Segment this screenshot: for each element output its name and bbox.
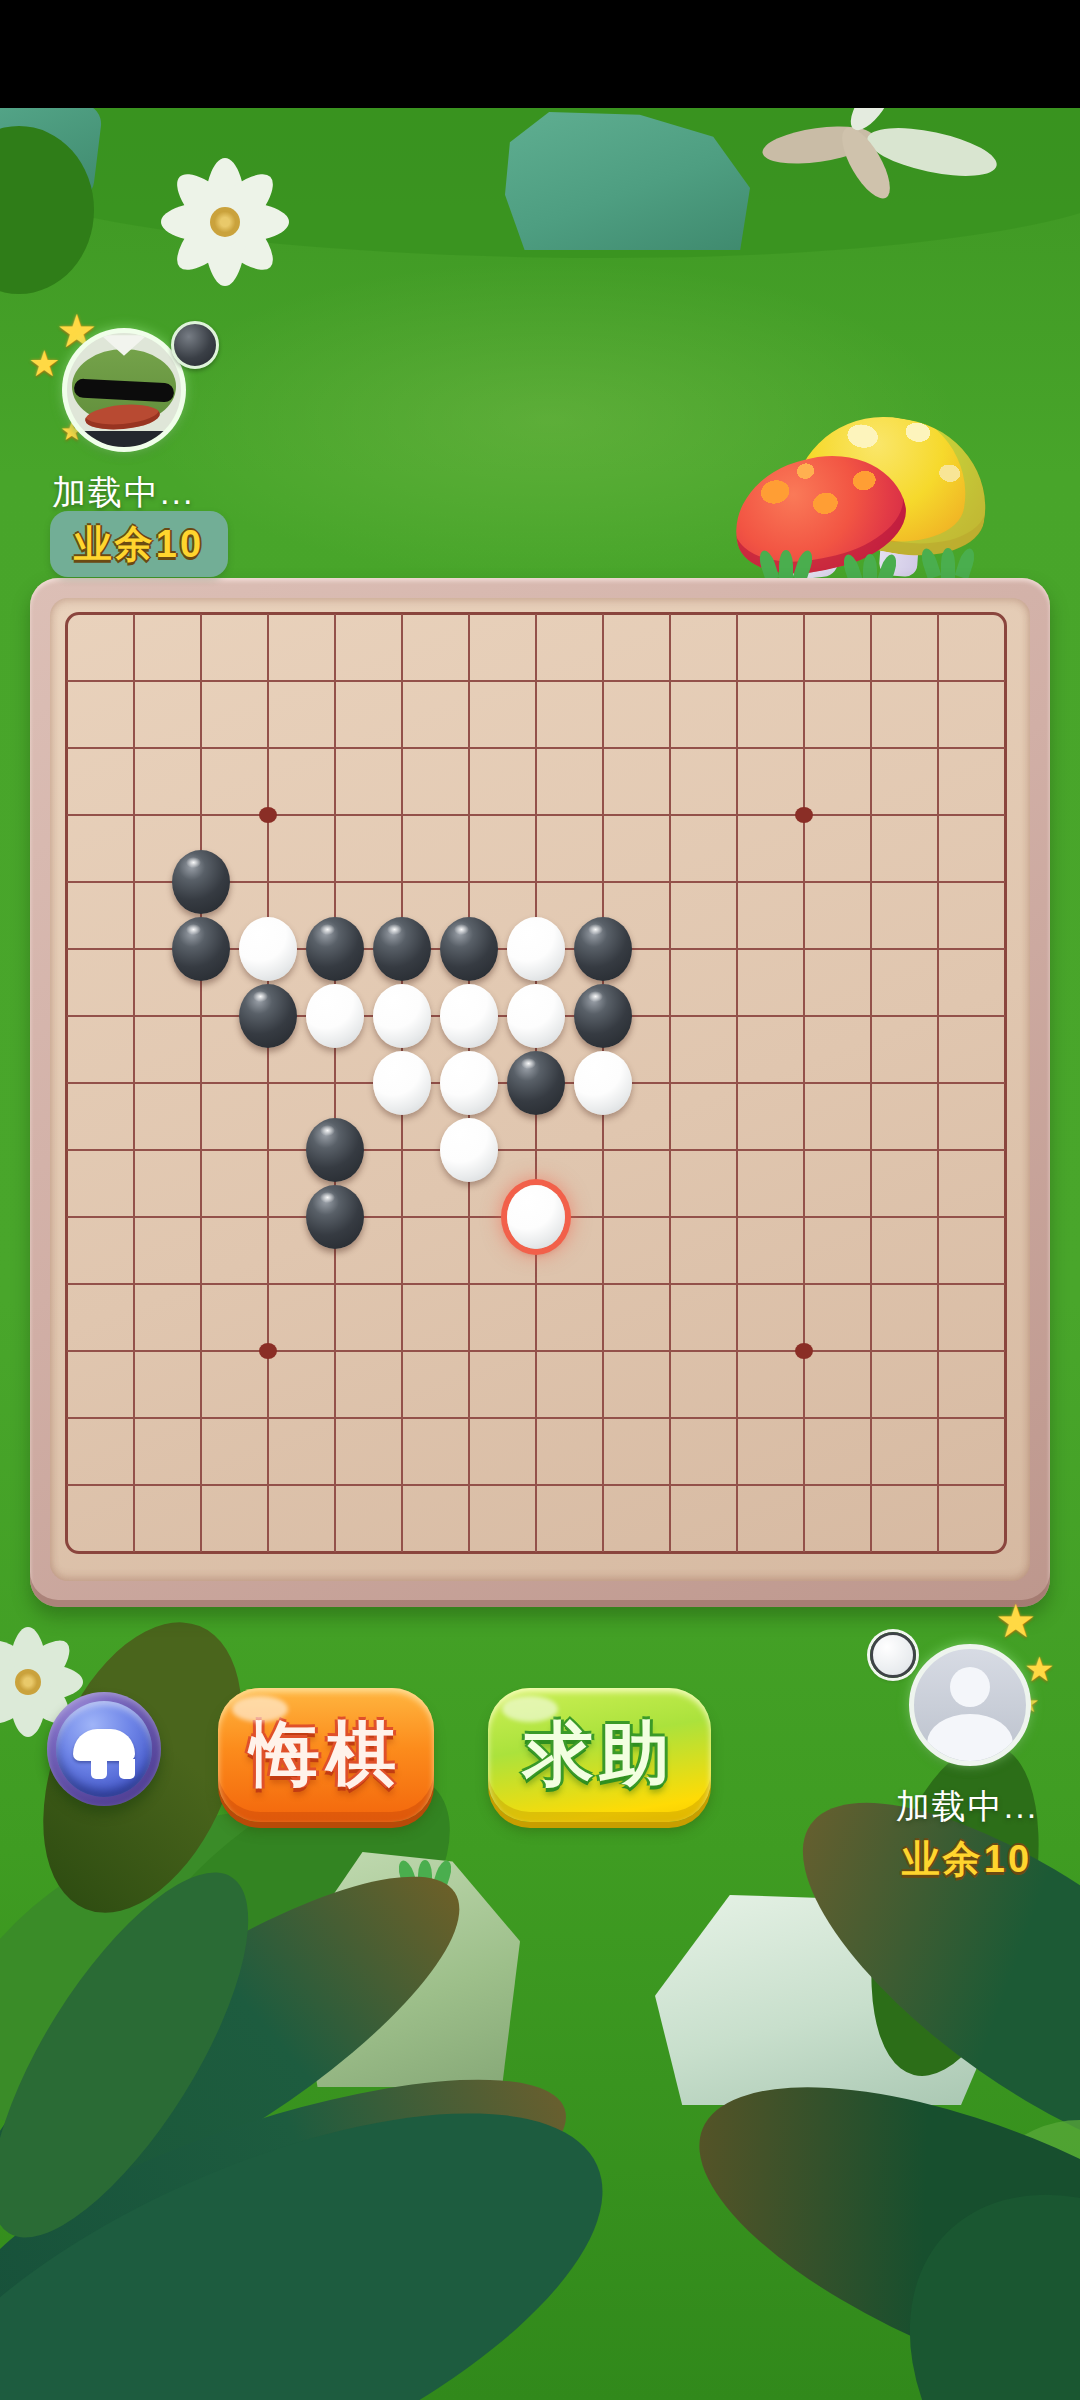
grid-line xyxy=(67,1350,1005,1352)
grid-line xyxy=(803,614,805,1552)
black-stone xyxy=(574,917,632,981)
black-stone xyxy=(172,917,230,981)
grid-line xyxy=(669,614,671,1552)
home-button[interactable] xyxy=(47,1692,161,1806)
home-button-face xyxy=(56,1701,152,1797)
grid-line xyxy=(736,614,738,1552)
undo-button-label: 悔棋 xyxy=(250,1708,402,1802)
help-button-label: 求助 xyxy=(524,1708,676,1802)
grid-line xyxy=(67,1417,1005,1419)
home-icon xyxy=(73,1729,135,1761)
person-placeholder-body xyxy=(927,1714,1012,1766)
grid-line xyxy=(937,614,939,1552)
grass-tuft-icon xyxy=(761,546,815,580)
white-stone xyxy=(440,1051,498,1115)
player-left-stone-indicator-black xyxy=(171,321,219,369)
black-stone xyxy=(574,984,632,1048)
star-icon: ★ xyxy=(28,346,60,382)
player-right-stone-indicator-white xyxy=(870,1632,916,1678)
status-bar xyxy=(0,0,1080,108)
help-button[interactable]: 求助 xyxy=(488,1688,711,1822)
player-right-rank: 业余10 xyxy=(902,1838,1032,1880)
game-screen: ★ ★ ★ 加载中... 业余10 ★ ★ ★ ★ 加载中... 业余10 悔棋… xyxy=(0,0,1080,2400)
player-right-rank-badge: 业余10 xyxy=(872,1834,1062,1885)
undo-button[interactable]: 悔棋 xyxy=(218,1688,434,1822)
player-left-status: 加载中... xyxy=(52,470,272,516)
grid-line xyxy=(67,1149,1005,1151)
gomoku-board xyxy=(30,578,1050,1607)
player-right-avatar[interactable] xyxy=(909,1644,1031,1766)
board-star-point xyxy=(795,1343,813,1359)
black-stone xyxy=(373,917,431,981)
grass-tuft-icon xyxy=(923,544,977,578)
board-star-point xyxy=(259,1343,277,1359)
person-placeholder-head xyxy=(950,1667,990,1707)
star-icon: ★ xyxy=(1024,1652,1054,1686)
black-stone xyxy=(507,1051,565,1115)
mushrooms-icon xyxy=(733,418,1003,583)
player-left-avatar[interactable] xyxy=(62,328,186,452)
grid-line xyxy=(67,1484,1005,1486)
black-stone xyxy=(239,984,297,1048)
grid-line xyxy=(67,1283,1005,1285)
white-stone xyxy=(373,984,431,1048)
board-grid[interactable] xyxy=(67,614,1005,1552)
black-stone xyxy=(306,917,364,981)
black-stone xyxy=(440,917,498,981)
white-stone xyxy=(440,984,498,1048)
black-stone xyxy=(306,1185,364,1249)
grid-line xyxy=(870,614,872,1552)
board-star-point xyxy=(795,807,813,823)
player-right-status: 加载中... xyxy=(872,1784,1062,1830)
white-stone xyxy=(507,917,565,981)
black-stone xyxy=(172,850,230,914)
last-move-stone xyxy=(507,1185,565,1249)
black-stone xyxy=(306,1118,364,1182)
player-left-rank: 业余10 xyxy=(74,519,204,570)
white-stone xyxy=(440,1118,498,1182)
white-stone xyxy=(239,917,297,981)
star-icon: ★ xyxy=(995,1598,1036,1644)
white-stone xyxy=(373,1051,431,1115)
white-stone xyxy=(507,984,565,1048)
board-star-point xyxy=(259,807,277,823)
white-stone xyxy=(574,1051,632,1115)
white-stone xyxy=(306,984,364,1048)
player-left-rank-badge: 业余10 xyxy=(50,511,228,577)
